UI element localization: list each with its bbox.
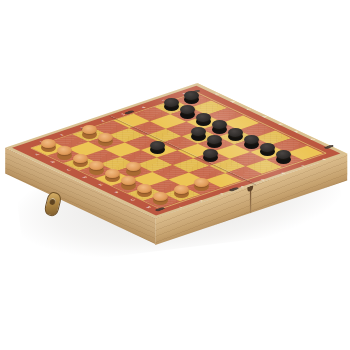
- orange-checker-piece: [194, 179, 209, 188]
- black-checker-piece: [212, 121, 227, 130]
- orange-checker-piece: [41, 140, 56, 149]
- piece-top: [174, 185, 189, 194]
- rank-label-left: H: [143, 205, 156, 210]
- rank-label-right: F: [290, 129, 303, 134]
- rank-label-left: D: [79, 175, 92, 180]
- piece-top: [150, 141, 165, 150]
- rank-label-left: A: [31, 152, 44, 157]
- orange-checker-piece: [98, 134, 113, 143]
- rank-label-right: A: [210, 92, 223, 97]
- piece-top: [98, 133, 113, 142]
- orange-checker-piece: [73, 155, 88, 164]
- orange-checker-piece: [126, 163, 141, 172]
- piece-top: [105, 169, 120, 178]
- product-photo-stage: AABBCCDDEEFFGGHH1122334455667788: [0, 0, 350, 350]
- piece-top: [73, 154, 88, 163]
- rank-label-right: D: [258, 114, 271, 119]
- orange-checker-piece: [174, 186, 189, 195]
- rank-label-right: B: [226, 99, 239, 104]
- black-checker-piece: [180, 106, 195, 115]
- black-checker-piece: [207, 136, 222, 145]
- black-checker-piece: [203, 150, 218, 159]
- piece-top: [153, 192, 168, 201]
- orange-checker-piece: [137, 185, 152, 194]
- black-checker-piece: [196, 114, 211, 123]
- rank-label-left: F: [111, 190, 124, 195]
- piece-top: [260, 143, 275, 152]
- piece-top: [41, 139, 56, 148]
- orange-checker-piece: [121, 177, 136, 186]
- orange-checker-piece: [153, 193, 168, 202]
- black-checker-piece: [164, 99, 179, 108]
- rank-label-left: G: [127, 197, 140, 202]
- piece-top: [126, 162, 141, 171]
- piece-top: [228, 128, 243, 137]
- piece-top: [212, 120, 227, 129]
- orange-checker-piece: [89, 162, 104, 171]
- piece-top: [207, 135, 222, 144]
- rank-label-left: E: [95, 182, 108, 187]
- rank-label-right: G: [306, 137, 319, 142]
- piece-top: [196, 113, 211, 122]
- orange-checker-piece: [82, 126, 97, 135]
- rank-label-right: C: [242, 107, 255, 112]
- orange-checker-piece: [57, 147, 72, 156]
- black-checker-piece: [191, 128, 206, 137]
- piece-top: [164, 98, 179, 107]
- piece-top: [203, 149, 218, 158]
- black-checker-piece: [150, 142, 165, 151]
- piece-top: [180, 105, 195, 114]
- black-checker-piece: [260, 144, 275, 153]
- black-checker-piece: [244, 136, 259, 145]
- rank-label-left: B: [47, 160, 60, 165]
- orange-checker-piece: [105, 170, 120, 179]
- piece-top: [137, 184, 152, 193]
- black-checker-piece: [228, 129, 243, 138]
- piece-top: [194, 178, 209, 187]
- black-checker-piece: [184, 92, 199, 101]
- black-checker-piece: [276, 151, 291, 160]
- rank-label-left: C: [63, 167, 76, 172]
- piece-top: [184, 91, 199, 100]
- rank-label-right: E: [274, 122, 287, 127]
